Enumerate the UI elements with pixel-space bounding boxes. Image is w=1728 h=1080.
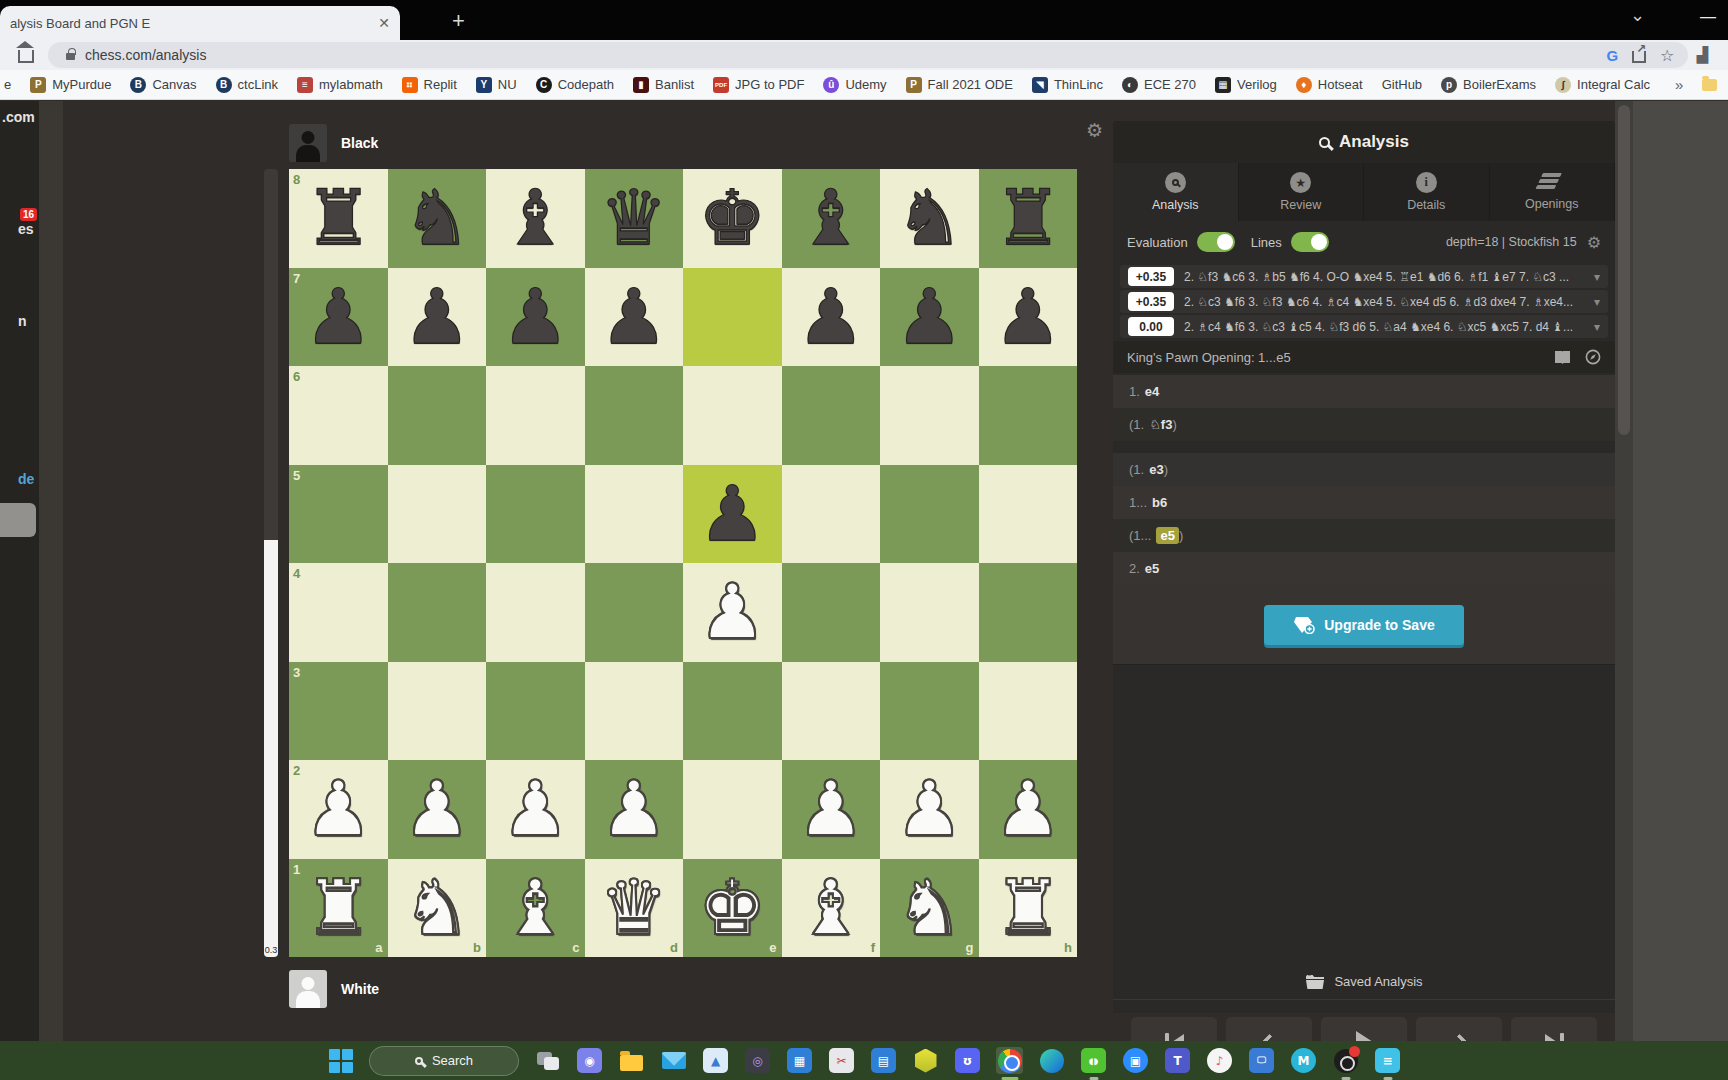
taskbar-chat-app[interactable]: ◉ bbox=[576, 1047, 603, 1074]
square-c1[interactable]: c♝ bbox=[486, 859, 585, 958]
bookmark-label: ctcLink bbox=[238, 77, 278, 92]
bookmark-item[interactable]: ⠶Replit bbox=[402, 77, 457, 93]
bookmark-favicon: ≡ bbox=[297, 77, 313, 93]
square-h8[interactable]: ♜ bbox=[979, 169, 1078, 268]
square-c6[interactable] bbox=[486, 366, 585, 465]
lines-label: Lines bbox=[1251, 235, 1282, 250]
books-icon bbox=[1542, 173, 1561, 192]
tab-details[interactable]: iDetails bbox=[1364, 163, 1490, 221]
nav-item-fragment[interactable]: de bbox=[18, 471, 34, 487]
white-pawn-d2[interactable]: ♟ bbox=[585, 760, 684, 858]
move-row[interactable]: (1...e5) bbox=[1113, 519, 1615, 552]
square-e2[interactable] bbox=[683, 760, 782, 859]
bookmark-label: Udemy bbox=[845, 77, 886, 92]
bookmark-star-icon[interactable]: ☆ bbox=[1660, 46, 1674, 65]
bookmark-favicon: ▦ bbox=[1215, 77, 1231, 93]
taskbar-obs-studio[interactable] bbox=[1332, 1047, 1359, 1074]
saved-analysis-row[interactable]: Saved Analysis bbox=[1113, 964, 1615, 1000]
bookmark-favicon: ◐ bbox=[1122, 77, 1138, 93]
bookmark-favicon: û bbox=[823, 77, 839, 93]
move-row[interactable]: 1.e4 bbox=[1113, 375, 1615, 408]
address-bar[interactable]: chess.com/analysis G ☆ bbox=[48, 42, 1688, 68]
move-close-paren: ) bbox=[1172, 417, 1176, 432]
square-f3[interactable] bbox=[782, 662, 881, 761]
bookmark-favicon: B bbox=[130, 77, 146, 93]
line-expand-caret-icon[interactable]: ▾ bbox=[1594, 295, 1600, 309]
line-eval-badge: 0.00 bbox=[1128, 317, 1174, 336]
black-pawn-c7[interactable]: ♟ bbox=[486, 268, 585, 366]
line-eval-badge: +0.35 bbox=[1128, 292, 1174, 311]
taskbar-search[interactable]: Search bbox=[369, 1046, 519, 1076]
black-bishop-f8[interactable]: ♝ bbox=[782, 169, 881, 267]
tab-analysis[interactable]: Analysis bbox=[1113, 163, 1239, 221]
square-f4[interactable] bbox=[782, 563, 881, 662]
line-expand-caret-icon[interactable]: ▾ bbox=[1594, 270, 1600, 284]
square-a5[interactable]: 5 bbox=[289, 465, 388, 564]
square-e5[interactable]: ♟ bbox=[683, 465, 782, 564]
move-row[interactable]: 1...b6 bbox=[1113, 486, 1615, 519]
windows-taskbar: Search◉▲◎▦✂▤ʊ◖◗▣T♪🖵M≡ bbox=[0, 1041, 1728, 1080]
bookmark-favicon: ∫ bbox=[1555, 77, 1571, 93]
square-h4[interactable] bbox=[979, 563, 1078, 662]
search-label: Search bbox=[432, 1053, 473, 1068]
square-a6[interactable]: 6 bbox=[289, 366, 388, 465]
notification-badge: 16 bbox=[20, 208, 37, 221]
right-margin bbox=[1633, 101, 1728, 1041]
bookmark-favicon: C bbox=[536, 77, 552, 93]
nav-item-fragment[interactable]: n bbox=[18, 313, 27, 329]
square-b1[interactable]: b♞ bbox=[388, 859, 487, 958]
move-list: 1.e4(1.♘f3)(1.e3)1...b6(1...e5)2.e5 bbox=[1113, 375, 1615, 585]
tab-title: alysis Board and PGN E bbox=[10, 16, 370, 31]
translate-icon[interactable]: G bbox=[1606, 47, 1618, 64]
tab-label: Analysis bbox=[1152, 198, 1199, 212]
square-b7[interactable]: ♟ bbox=[388, 268, 487, 367]
bookmark-item[interactable]: ◥ThinLinc bbox=[1032, 77, 1103, 93]
bookmark-label: Integral Calc bbox=[1577, 77, 1650, 92]
bookmark-label: ThinLinc bbox=[1054, 77, 1103, 92]
evaluation-label: Evaluation bbox=[1127, 235, 1188, 250]
bookmark-favicon: ◥ bbox=[1032, 77, 1048, 93]
opening-name: King's Pawn Opening: 1...e5 bbox=[1127, 350, 1291, 365]
upgrade-label: Upgrade to Save bbox=[1324, 617, 1434, 633]
move-number: 1... bbox=[1129, 495, 1147, 510]
square-e3[interactable] bbox=[683, 662, 782, 761]
taskbar-music-app[interactable]: ♪ bbox=[1206, 1047, 1233, 1074]
search-icon bbox=[415, 1057, 423, 1065]
tab-label: Openings bbox=[1525, 197, 1579, 211]
rank-label: 4 bbox=[293, 566, 300, 581]
square-e7[interactable] bbox=[683, 268, 782, 367]
engine-settings-gear-icon[interactable]: ⚙ bbox=[1587, 233, 1601, 252]
saved-analysis-label: Saved Analysis bbox=[1334, 974, 1422, 989]
evaluation-toggle[interactable] bbox=[1197, 232, 1235, 252]
move-san[interactable]: e3 bbox=[1149, 462, 1163, 477]
move-row[interactable]: 2.e5 bbox=[1113, 552, 1615, 585]
square-e6[interactable] bbox=[683, 366, 782, 465]
bookmark-label: Replit bbox=[424, 77, 457, 92]
upgrade-to-save-button[interactable]: Upgrade to Save bbox=[1264, 605, 1464, 645]
bookmark-label: BoilerExams bbox=[1463, 77, 1536, 92]
square-h2[interactable]: ♟ bbox=[979, 760, 1078, 859]
bookmark-item[interactable]: ≡mylabmath bbox=[297, 77, 383, 93]
engine-line[interactable]: 0.002. ♗c4 ♞f6 3. ♘c3 ♝c5 4. ♘f3 d6 5. ♘… bbox=[1120, 315, 1608, 338]
magnifier-icon bbox=[1165, 172, 1186, 193]
taskbar-hexagon-app[interactable] bbox=[912, 1047, 939, 1074]
taskbar-calculator-app[interactable]: ▦ bbox=[786, 1047, 813, 1074]
bookmark-favicon: ▮ bbox=[633, 77, 649, 93]
lock-icon bbox=[66, 53, 75, 60]
line-moves[interactable]: 2. ♘c3 ♞f6 3. ♘f3 ♞c6 4. ♗c4 ♞xe4 5. ♘xe… bbox=[1184, 295, 1588, 309]
line-moves[interactable]: 2. ♘f3 ♞c6 3. ♗b5 ♞f6 4. O-O ♞xe4 5. ♖e1… bbox=[1184, 270, 1588, 284]
move-number: (1. bbox=[1129, 417, 1144, 432]
browser-toolbar: chess.com/analysis G ☆ ▟ bbox=[0, 40, 1728, 70]
taskbar-discord-app[interactable]: ʊ bbox=[954, 1047, 981, 1074]
black-knight-b8[interactable]: ♞ bbox=[388, 169, 487, 267]
tab-openings[interactable]: Openings bbox=[1490, 163, 1616, 221]
black-rook-h8[interactable]: ♜ bbox=[979, 169, 1078, 267]
taskbar-mail-app[interactable] bbox=[660, 1047, 687, 1074]
taskbar-file-explorer[interactable] bbox=[618, 1047, 645, 1074]
white-rook-a1[interactable]: ♜ bbox=[289, 859, 388, 957]
black-player-row: Black bbox=[289, 117, 1082, 169]
square-c3[interactable] bbox=[486, 662, 585, 761]
bookmark-item[interactable]: CCodepath bbox=[536, 77, 614, 93]
bookmark-item[interactable]: ∫Integral Calc bbox=[1555, 77, 1650, 93]
square-d3[interactable] bbox=[585, 662, 684, 761]
bookmarks-overflow-icon[interactable]: » bbox=[1675, 76, 1683, 93]
screen: alysis Board and PGN E ✕ + ⌄ — chess.com… bbox=[0, 0, 1728, 1080]
bookmark-label: Hotseat bbox=[1318, 77, 1363, 92]
white-bishop-f1[interactable]: ♝ bbox=[782, 859, 881, 957]
square-g1[interactable]: g♞ bbox=[880, 859, 979, 958]
square-a2[interactable]: 2♟ bbox=[289, 760, 388, 859]
move-san[interactable]: b6 bbox=[1152, 495, 1167, 510]
square-h6[interactable] bbox=[979, 366, 1078, 465]
black-pawn-g7[interactable]: ♟ bbox=[880, 268, 979, 366]
bookmark-label: Fall 2021 ODE bbox=[928, 77, 1013, 92]
bookmark-label: e bbox=[4, 77, 11, 92]
line-moves[interactable]: 2. ♗c4 ♞f6 3. ♘c3 ♝c5 4. ♘f3 d6 5. ♘a4 ♞… bbox=[1184, 320, 1588, 334]
bookmark-favicon: B bbox=[216, 77, 232, 93]
black-pawn-d7[interactable]: ♟ bbox=[585, 268, 684, 366]
bookmarks-folder-icon[interactable] bbox=[1702, 79, 1717, 91]
square-h7[interactable]: ♟ bbox=[979, 268, 1078, 367]
page-scrollbar[interactable] bbox=[1615, 101, 1633, 1041]
bookmark-item[interactable]: e bbox=[4, 77, 11, 92]
black-queen-d8[interactable]: ♛ bbox=[585, 169, 684, 267]
upgrade-band: Upgrade to Save bbox=[1113, 585, 1615, 665]
bookmark-item[interactable]: pBoilerExams bbox=[1441, 77, 1536, 93]
taskbar-task-view[interactable] bbox=[534, 1047, 561, 1074]
square-f1[interactable]: f♝ bbox=[782, 859, 881, 958]
square-g8[interactable]: ♞ bbox=[880, 169, 979, 268]
square-c8[interactable]: ♝ bbox=[486, 169, 585, 268]
bookmark-favicon: ⠶ bbox=[402, 77, 418, 93]
url-text[interactable]: chess.com/analysis bbox=[85, 47, 1592, 63]
black-pawn-b7[interactable]: ♟ bbox=[388, 268, 487, 366]
taskbar-zoom-app[interactable]: ▣ bbox=[1122, 1047, 1149, 1074]
white-king-e1[interactable]: ♚ bbox=[683, 859, 782, 957]
white-pawn-b2[interactable]: ♟ bbox=[388, 760, 487, 858]
bookmark-favicon: p bbox=[1441, 77, 1457, 93]
square-h3[interactable] bbox=[979, 662, 1078, 761]
extensions-icon[interactable]: ▟ bbox=[1696, 46, 1708, 64]
taskbar-teams-app[interactable]: T bbox=[1164, 1047, 1191, 1074]
square-c2[interactable]: ♟ bbox=[486, 760, 585, 859]
site-logo-fragment: .com bbox=[2, 109, 35, 125]
evaluation-bar: 0.3 bbox=[264, 169, 278, 957]
square-g2[interactable]: ♟ bbox=[880, 760, 979, 859]
square-f8[interactable]: ♝ bbox=[782, 169, 881, 268]
white-queen-d1[interactable]: ♛ bbox=[585, 859, 684, 957]
diamond-plus-icon bbox=[1293, 616, 1315, 634]
square-b3[interactable] bbox=[388, 662, 487, 761]
square-a3[interactable]: 3 bbox=[289, 662, 388, 761]
panel-title: Analysis bbox=[1339, 132, 1409, 152]
evaluation-value: 0.3 bbox=[264, 945, 278, 955]
new-tab-button[interactable]: + bbox=[452, 10, 465, 32]
bookmark-label: JPG to PDF bbox=[735, 77, 804, 92]
square-h1[interactable]: h♜ bbox=[979, 859, 1078, 958]
move-number: 1. bbox=[1129, 384, 1140, 399]
square-b4[interactable] bbox=[388, 563, 487, 662]
black-rook-a8[interactable]: ♜ bbox=[289, 169, 388, 267]
bookmark-item[interactable]: BCanvas bbox=[130, 77, 196, 93]
white-knight-b1[interactable]: ♞ bbox=[388, 859, 487, 957]
move-list-spacer bbox=[1113, 441, 1615, 453]
line-expand-caret-icon[interactable]: ▾ bbox=[1594, 320, 1600, 334]
move-close-paren: ) bbox=[1179, 528, 1183, 543]
square-d1[interactable]: d♛ bbox=[585, 859, 684, 958]
white-knight-g1[interactable]: ♞ bbox=[880, 859, 979, 957]
bookmark-item[interactable]: YNU bbox=[476, 77, 517, 93]
nav-item-fragment[interactable]: es bbox=[18, 221, 34, 237]
nav-box-fragment[interactable] bbox=[0, 503, 36, 537]
taskbar-wechat-app[interactable]: ◖◗ bbox=[1080, 1047, 1107, 1074]
white-pawn-a2[interactable]: ♟ bbox=[289, 760, 388, 858]
bookmark-label: GitHub bbox=[1382, 77, 1422, 92]
bookmarks-bar: ePMyPurdueBCanvasBctcLink≡mylabmath⠶Repl… bbox=[0, 70, 1728, 100]
chess-board[interactable]: 8♜♞♝♛♚♝♞♜7♟♟♟♟♟♟♟65♟4♟32♟♟♟♟♟♟♟1a♜b♞c♝d♛… bbox=[289, 169, 1077, 957]
move-san[interactable]: e5 bbox=[1145, 561, 1159, 576]
evaluation-bar-white: 0.3 bbox=[264, 540, 278, 957]
home-icon[interactable] bbox=[18, 50, 34, 63]
square-f2[interactable]: ♟ bbox=[782, 760, 881, 859]
taskbar-windows-logo[interactable] bbox=[327, 1047, 354, 1074]
bookmark-item[interactable]: BctcLink bbox=[216, 77, 278, 93]
square-f6[interactable] bbox=[782, 366, 881, 465]
move-row[interactable]: (1.e3) bbox=[1113, 453, 1615, 486]
bookmark-label: Canvas bbox=[152, 77, 196, 92]
engine-line[interactable]: +0.352. ♘c3 ♞f6 3. ♘f3 ♞c6 4. ♗c4 ♞xe4 5… bbox=[1120, 290, 1608, 313]
explorer-compass-icon[interactable] bbox=[1585, 349, 1601, 365]
square-g7[interactable]: ♟ bbox=[880, 268, 979, 367]
move-number: 2. bbox=[1129, 561, 1140, 576]
white-player-row: White bbox=[289, 963, 1082, 1015]
black-avatar[interactable] bbox=[289, 124, 327, 162]
bookmark-label: MyPurdue bbox=[52, 77, 111, 92]
square-b8[interactable]: ♞ bbox=[388, 169, 487, 268]
bookmark-label: ECE 270 bbox=[1144, 77, 1196, 92]
white-pawn-e4[interactable]: ♟ bbox=[683, 563, 782, 661]
square-a4[interactable]: 4 bbox=[289, 563, 388, 662]
white-bishop-c1[interactable]: ♝ bbox=[486, 859, 585, 957]
white-pawn-h2[interactable]: ♟ bbox=[979, 760, 1078, 858]
taskbar-remote-desktop[interactable]: 🖵 bbox=[1248, 1047, 1275, 1074]
move-san[interactable]: e4 bbox=[1145, 384, 1159, 399]
square-d5[interactable] bbox=[585, 465, 684, 564]
saved-folder-icon bbox=[1305, 974, 1325, 990]
move-number: (1. bbox=[1129, 462, 1144, 477]
black-pawn-h7[interactable]: ♟ bbox=[979, 268, 1078, 366]
white-avatar[interactable] bbox=[289, 970, 327, 1008]
taskbar-snipping-tool[interactable]: ✂ bbox=[828, 1047, 855, 1074]
square-b2[interactable]: ♟ bbox=[388, 760, 487, 859]
engine-lines: +0.352. ♘f3 ♞c6 3. ♗b5 ♞f6 4. O-O ♞xe4 5… bbox=[1113, 263, 1615, 338]
bookmark-label: Banlist bbox=[655, 77, 694, 92]
move-san[interactable]: ♘f3 bbox=[1149, 417, 1172, 432]
square-e4[interactable]: ♟ bbox=[683, 563, 782, 662]
move-row[interactable]: (1.♘f3) bbox=[1113, 408, 1615, 441]
analysis-magnifier-icon bbox=[1319, 137, 1330, 148]
white-pawn-f2[interactable]: ♟ bbox=[782, 760, 881, 858]
square-d7[interactable]: ♟ bbox=[585, 268, 684, 367]
panel-header: Analysis bbox=[1113, 121, 1615, 163]
white-pawn-g2[interactable]: ♟ bbox=[880, 760, 979, 858]
white-pawn-c2[interactable]: ♟ bbox=[486, 760, 585, 858]
white-player-name: White bbox=[341, 981, 379, 997]
left-nav-strip: .com esnde bbox=[0, 101, 39, 1041]
window-minimize-icon[interactable]: — bbox=[1700, 8, 1716, 26]
black-pawn-f7[interactable]: ♟ bbox=[782, 268, 881, 366]
bookmark-favicon: P bbox=[30, 77, 46, 93]
bookmark-item[interactable]: ◐ECE 270 bbox=[1122, 77, 1196, 93]
taskbar-notepad-app[interactable]: ≡ bbox=[1374, 1047, 1401, 1074]
lines-toggle[interactable] bbox=[1291, 232, 1329, 252]
square-d6[interactable] bbox=[585, 366, 684, 465]
black-king-e8[interactable]: ♚ bbox=[683, 169, 782, 267]
tab-review[interactable]: ★Review bbox=[1239, 163, 1365, 221]
bookmark-item[interactable]: ▦Verilog bbox=[1215, 77, 1277, 93]
board-settings-gear-icon[interactable]: ⚙ bbox=[1086, 119, 1103, 142]
line-eval-badge: +0.35 bbox=[1128, 267, 1174, 286]
bookmark-label: NU bbox=[498, 77, 517, 92]
square-c7[interactable]: ♟ bbox=[486, 268, 585, 367]
square-d4[interactable] bbox=[585, 563, 684, 662]
bookmark-item[interactable]: ♦Hotseat bbox=[1296, 77, 1363, 93]
white-rook-h1[interactable]: ♜ bbox=[979, 859, 1078, 957]
bookmark-favicon: P bbox=[906, 77, 922, 93]
taskbar-calendar-app[interactable]: ▤ bbox=[870, 1047, 897, 1074]
square-a7[interactable]: 7♟ bbox=[289, 268, 388, 367]
square-g4[interactable] bbox=[880, 563, 979, 662]
square-f5[interactable] bbox=[782, 465, 881, 564]
square-d2[interactable]: ♟ bbox=[585, 760, 684, 859]
info-icon: i bbox=[1416, 172, 1437, 193]
square-c5[interactable] bbox=[486, 465, 585, 564]
tab-label: Review bbox=[1280, 198, 1321, 212]
tab-label: Details bbox=[1407, 198, 1445, 212]
bookmark-label: Codepath bbox=[558, 77, 614, 92]
bookmark-favicon: PDF bbox=[713, 77, 729, 93]
engine-depth-text: depth=18 | Stockfish 15 bbox=[1446, 235, 1577, 249]
square-a1[interactable]: 1a♜ bbox=[289, 859, 388, 958]
square-h5[interactable] bbox=[979, 465, 1078, 564]
square-g5[interactable] bbox=[880, 465, 979, 564]
page-background: .com esnde 16 Black ⚙ 0.3 8♜♞♝♛♚♝♞♜7♟♟♟♟… bbox=[0, 101, 1728, 1041]
bookmark-item[interactable]: GitHub bbox=[1382, 77, 1422, 92]
bookmark-item[interactable]: PMyPurdue bbox=[30, 77, 111, 93]
square-d8[interactable]: ♛ bbox=[585, 169, 684, 268]
square-g3[interactable] bbox=[880, 662, 979, 761]
black-player-name: Black bbox=[341, 135, 378, 151]
browser-tab[interactable]: alysis Board and PGN E ✕ bbox=[0, 6, 400, 40]
square-f7[interactable]: ♟ bbox=[782, 268, 881, 367]
rank-label: 5 bbox=[293, 468, 300, 483]
taskbar-edge-browser[interactable] bbox=[1038, 1047, 1065, 1074]
opening-row[interactable]: King's Pawn Opening: 1...e5 bbox=[1113, 341, 1615, 373]
bookmark-label: Verilog bbox=[1237, 77, 1277, 92]
square-g6[interactable] bbox=[880, 366, 979, 465]
bookmark-item[interactable]: ▮Banlist bbox=[633, 77, 694, 93]
black-knight-g8[interactable]: ♞ bbox=[880, 169, 979, 267]
square-b5[interactable] bbox=[388, 465, 487, 564]
bookmark-item[interactable]: PDFJPG to PDF bbox=[713, 77, 804, 93]
rank-label: 6 bbox=[293, 369, 300, 384]
square-a8[interactable]: 8♜ bbox=[289, 169, 388, 268]
browser-tab-strip: alysis Board and PGN E ✕ + ⌄ — bbox=[0, 0, 1728, 40]
share-icon[interactable] bbox=[1632, 51, 1646, 63]
black-pawn-e5[interactable]: ♟ bbox=[683, 465, 782, 563]
taskbar-camera-app[interactable]: ◎ bbox=[744, 1047, 771, 1074]
black-pawn-a7[interactable]: ♟ bbox=[289, 268, 388, 366]
engine-line[interactable]: +0.352. ♘f3 ♞c6 3. ♗b5 ♞f6 4. O-O ♞xe4 5… bbox=[1120, 265, 1608, 288]
bookmark-label: mylabmath bbox=[319, 77, 383, 92]
square-b6[interactable] bbox=[388, 366, 487, 465]
star-icon: ★ bbox=[1290, 172, 1311, 193]
square-e8[interactable]: ♚ bbox=[683, 169, 782, 268]
bookmark-favicon: Y bbox=[476, 77, 492, 93]
move-number: (1... bbox=[1129, 528, 1151, 543]
move-close-paren: ) bbox=[1164, 462, 1168, 477]
bookmark-favicon: ♦ bbox=[1296, 77, 1312, 93]
bookmark-item[interactable]: ûUdemy bbox=[823, 77, 886, 93]
opening-book-icon[interactable] bbox=[1554, 350, 1571, 365]
engine-toggle-row: Evaluation Lines depth=18 | Stockfish 15… bbox=[1113, 221, 1615, 263]
move-san-selected[interactable]: e5 bbox=[1156, 527, 1178, 544]
bookmark-item[interactable]: PFall 2021 ODE bbox=[906, 77, 1013, 93]
taskbar-m-circle-app[interactable]: M bbox=[1290, 1047, 1317, 1074]
rank-label: 3 bbox=[293, 665, 300, 680]
square-e1[interactable]: e♚ bbox=[683, 859, 782, 958]
taskbar-photos-app[interactable]: ▲ bbox=[702, 1047, 729, 1074]
black-bishop-c8[interactable]: ♝ bbox=[486, 169, 585, 267]
tab-search-chevron-icon[interactable]: ⌄ bbox=[1630, 4, 1645, 26]
close-tab-icon[interactable]: ✕ bbox=[378, 15, 390, 31]
panel-tabs: Analysis★ReviewiDetailsOpenings bbox=[1113, 163, 1615, 221]
analysis-panel: Analysis Analysis★ReviewiDetailsOpenings… bbox=[1113, 121, 1615, 1013]
square-c4[interactable] bbox=[486, 563, 585, 662]
taskbar-chrome-browser[interactable] bbox=[996, 1047, 1023, 1074]
nav-edge bbox=[39, 101, 63, 1041]
